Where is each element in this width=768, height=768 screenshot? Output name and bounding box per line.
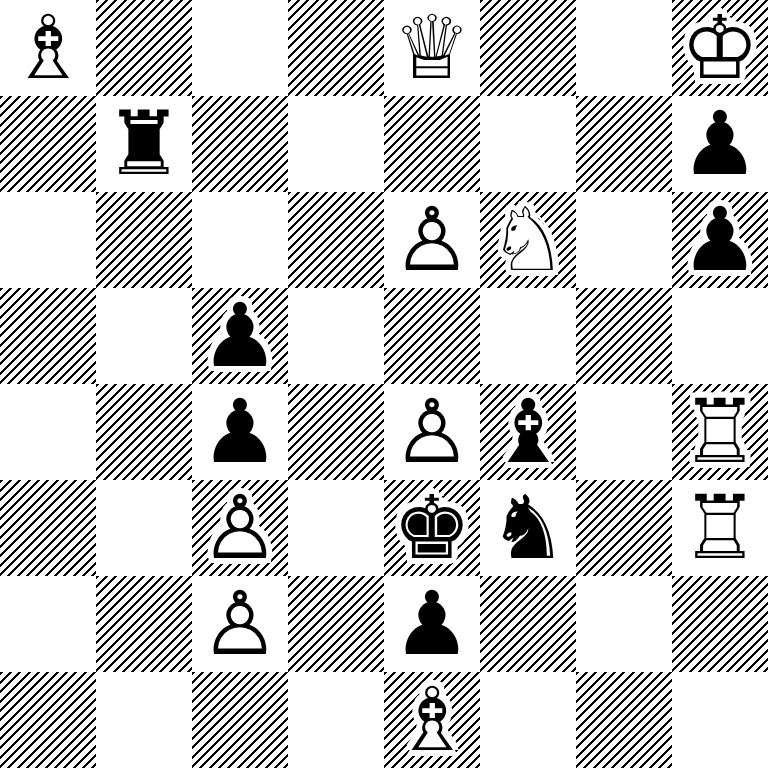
piece-glyph-solid: ♟ — [672, 192, 768, 288]
piece-glyph-outline: ♙ — [384, 384, 480, 480]
piece-glyph-outline: ♙ — [384, 192, 480, 288]
piece-black-pawn[interactable]: ♟ — [672, 96, 768, 192]
piece-glyph-solid: ♝ — [480, 384, 576, 480]
piece-white-pawn[interactable]: ♟♙ — [384, 384, 480, 480]
square-e4[interactable]: ♟♙ — [384, 384, 480, 480]
piece-white-queen[interactable]: ♛♕ — [384, 0, 480, 96]
piece-black-rook[interactable]: ♜ — [96, 96, 192, 192]
square-f4[interactable]: ♝ — [480, 384, 576, 480]
square-g8[interactable] — [576, 0, 672, 96]
piece-black-king[interactable]: ♚ — [384, 480, 480, 576]
square-d8[interactable] — [288, 0, 384, 96]
square-f3[interactable]: ♞ — [480, 480, 576, 576]
square-f8[interactable] — [480, 0, 576, 96]
square-a8[interactable]: ♝♗ — [0, 0, 96, 96]
piece-black-pawn[interactable]: ♟ — [384, 576, 480, 672]
square-e6[interactable]: ♟♙ — [384, 192, 480, 288]
square-h4[interactable]: ♜♖ — [672, 384, 768, 480]
square-h1[interactable] — [672, 672, 768, 768]
square-b8[interactable] — [96, 0, 192, 96]
square-b1[interactable] — [96, 672, 192, 768]
chess-board: ♝♗♛♕♚♔♜♟♟♙♞♘♟♟♟♟♙♝♜♖♟♙♚♞♜♖♟♙♟♝♗ — [0, 0, 768, 768]
square-f6[interactable]: ♞♘ — [480, 192, 576, 288]
piece-glyph-outline: ♘ — [480, 192, 576, 288]
piece-white-knight[interactable]: ♞♘ — [480, 192, 576, 288]
square-g7[interactable] — [576, 96, 672, 192]
square-d3[interactable] — [288, 480, 384, 576]
square-c6[interactable] — [192, 192, 288, 288]
square-g4[interactable] — [576, 384, 672, 480]
piece-glyph-solid: ♞ — [480, 480, 576, 576]
piece-glyph-outline: ♕ — [384, 0, 480, 96]
square-c5[interactable]: ♟ — [192, 288, 288, 384]
square-d5[interactable] — [288, 288, 384, 384]
piece-glyph-outline: ♙ — [192, 480, 288, 576]
square-c7[interactable] — [192, 96, 288, 192]
square-d2[interactable] — [288, 576, 384, 672]
square-a1[interactable] — [0, 672, 96, 768]
piece-glyph-solid: ♟ — [384, 576, 480, 672]
square-d1[interactable] — [288, 672, 384, 768]
square-g1[interactable] — [576, 672, 672, 768]
square-c4[interactable]: ♟ — [192, 384, 288, 480]
piece-black-pawn[interactable]: ♟ — [192, 384, 288, 480]
piece-white-pawn[interactable]: ♟♙ — [192, 480, 288, 576]
square-d7[interactable] — [288, 96, 384, 192]
square-a4[interactable] — [0, 384, 96, 480]
square-e2[interactable]: ♟ — [384, 576, 480, 672]
piece-glyph-solid: ♟ — [192, 384, 288, 480]
piece-black-bishop[interactable]: ♝ — [480, 384, 576, 480]
piece-glyph-solid: ♟ — [192, 288, 288, 384]
square-b5[interactable] — [96, 288, 192, 384]
square-c1[interactable] — [192, 672, 288, 768]
square-c3[interactable]: ♟♙ — [192, 480, 288, 576]
square-e5[interactable] — [384, 288, 480, 384]
piece-white-bishop[interactable]: ♝♗ — [384, 672, 480, 768]
square-g2[interactable] — [576, 576, 672, 672]
piece-glyph-outline: ♗ — [384, 672, 480, 768]
square-a3[interactable] — [0, 480, 96, 576]
piece-black-pawn[interactable]: ♟ — [672, 192, 768, 288]
square-h2[interactable] — [672, 576, 768, 672]
piece-black-knight[interactable]: ♞ — [480, 480, 576, 576]
piece-glyph-solid: ♟ — [672, 96, 768, 192]
square-f5[interactable] — [480, 288, 576, 384]
piece-glyph-outline: ♗ — [0, 0, 96, 96]
piece-white-rook[interactable]: ♜♖ — [672, 384, 768, 480]
square-h8[interactable]: ♚♔ — [672, 0, 768, 96]
square-f1[interactable] — [480, 672, 576, 768]
piece-white-bishop[interactable]: ♝♗ — [0, 0, 96, 96]
piece-glyph-outline: ♖ — [672, 384, 768, 480]
piece-glyph-outline: ♖ — [672, 480, 768, 576]
square-b3[interactable] — [96, 480, 192, 576]
square-b7[interactable]: ♜ — [96, 96, 192, 192]
square-g3[interactable] — [576, 480, 672, 576]
square-e7[interactable] — [384, 96, 480, 192]
piece-glyph-outline: ♙ — [192, 576, 288, 672]
square-d4[interactable] — [288, 384, 384, 480]
square-b6[interactable] — [96, 192, 192, 288]
piece-white-rook[interactable]: ♜♖ — [672, 480, 768, 576]
piece-glyph-outline: ♔ — [672, 0, 768, 96]
piece-white-king[interactable]: ♚♔ — [672, 0, 768, 96]
square-b2[interactable] — [96, 576, 192, 672]
square-g6[interactable] — [576, 192, 672, 288]
square-e3[interactable]: ♚ — [384, 480, 480, 576]
square-a2[interactable] — [0, 576, 96, 672]
square-f2[interactable] — [480, 576, 576, 672]
square-a5[interactable] — [0, 288, 96, 384]
piece-white-pawn[interactable]: ♟♙ — [192, 576, 288, 672]
square-e8[interactable]: ♛♕ — [384, 0, 480, 96]
square-e1[interactable]: ♝♗ — [384, 672, 480, 768]
square-c2[interactable]: ♟♙ — [192, 576, 288, 672]
piece-glyph-solid: ♚ — [384, 480, 480, 576]
square-f7[interactable] — [480, 96, 576, 192]
square-g5[interactable] — [576, 288, 672, 384]
square-d6[interactable] — [288, 192, 384, 288]
square-h5[interactable] — [672, 288, 768, 384]
square-a7[interactable] — [0, 96, 96, 192]
piece-glyph-solid: ♜ — [96, 96, 192, 192]
square-h3[interactable]: ♜♖ — [672, 480, 768, 576]
square-h6[interactable]: ♟ — [672, 192, 768, 288]
piece-black-pawn[interactable]: ♟ — [192, 288, 288, 384]
square-c8[interactable] — [192, 0, 288, 96]
piece-white-pawn[interactable]: ♟♙ — [384, 192, 480, 288]
square-a6[interactable] — [0, 192, 96, 288]
square-b4[interactable] — [96, 384, 192, 480]
square-h7[interactable]: ♟ — [672, 96, 768, 192]
